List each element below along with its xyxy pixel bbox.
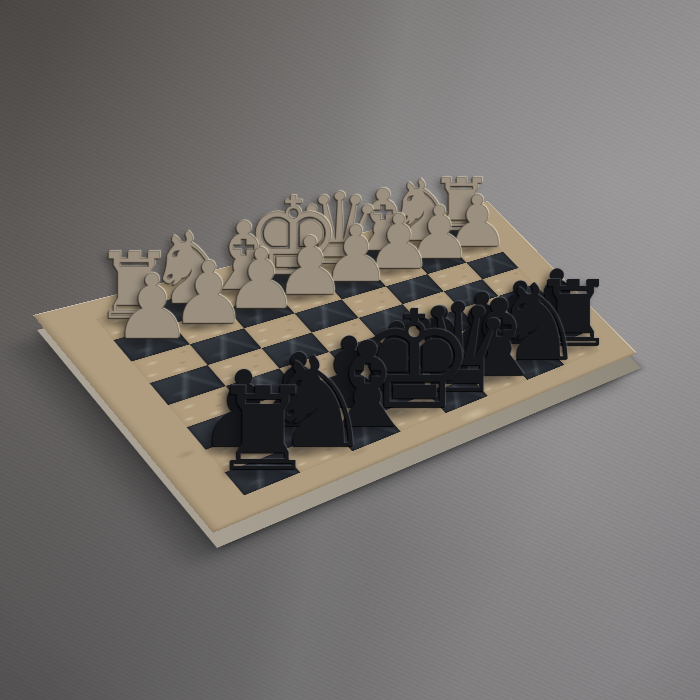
chess-photo-scene: ♜♞♟♝♟♛♟♚♟♝♟♞♟♜♟♟♟♟♜♟♞♟♝♟♛♟♚♟♝♟♞♜ bbox=[0, 0, 700, 700]
